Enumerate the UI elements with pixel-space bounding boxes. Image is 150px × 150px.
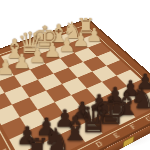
scene: ABCDEFGH 12345678 ♜♞♝♛♚♝♞♜♟♟♟♟♟♟♟♟♟♟♟♟♟♟… xyxy=(0,0,150,150)
chess-set-photo: ABCDEFGH 12345678 ♜♞♝♛♚♝♞♜♟♟♟♟♟♟♟♟♟♟♟♟♟♟… xyxy=(0,0,150,150)
chess-board: ABCDEFGH 12345678 ♜♞♝♛♚♝♞♜♟♟♟♟♟♟♟♟♟♟♟♟♟♟… xyxy=(0,18,150,150)
brass-clasp-icon xyxy=(123,135,135,147)
